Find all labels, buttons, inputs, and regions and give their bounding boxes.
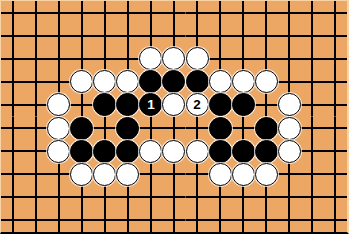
white-stone [162,140,185,163]
intersection [162,163,185,186]
intersection [209,1,232,24]
black-stone [116,93,139,116]
intersection [278,209,301,232]
intersection [209,117,232,140]
intersection [139,163,162,186]
intersection [209,140,232,163]
black-stone [209,117,232,140]
intersection [324,186,347,209]
white-stone [232,70,255,93]
black-stone [162,70,185,93]
intersection [24,186,47,209]
go-board: 12 [1,1,347,232]
intersection [1,140,24,163]
intersection [232,186,255,209]
intersection [70,209,93,232]
white-stone [232,163,255,186]
intersection: 1 [139,93,162,116]
intersection [93,47,116,70]
intersection [301,70,324,93]
intersection [162,209,185,232]
intersection [47,24,70,47]
intersection [70,1,93,24]
intersection [232,163,255,186]
intersection [278,47,301,70]
intersection [162,140,185,163]
intersection [1,24,24,47]
intersection [162,117,185,140]
intersection [162,47,185,70]
white-stone [255,163,278,186]
white-stone [255,70,278,93]
intersection [116,117,139,140]
intersection [47,186,70,209]
intersection [186,186,209,209]
intersection [162,70,185,93]
intersection [255,24,278,47]
intersection [255,186,278,209]
intersection [162,1,185,24]
intersection [47,163,70,186]
intersection [324,140,347,163]
intersection [232,117,255,140]
intersection [324,117,347,140]
intersection [209,93,232,116]
black-stone [139,70,162,93]
intersection [24,70,47,93]
intersection [255,163,278,186]
intersection [70,140,93,163]
intersection [278,24,301,47]
intersection [232,47,255,70]
intersection [255,47,278,70]
intersection [24,1,47,24]
intersection [47,140,70,163]
intersection [24,47,47,70]
intersection [232,140,255,163]
intersection [116,1,139,24]
white-stone [139,140,162,163]
white-stone [93,163,116,186]
black-stone [93,93,116,116]
white-stone [47,93,70,116]
intersection [47,117,70,140]
intersection [139,117,162,140]
intersection [93,117,116,140]
intersection [139,140,162,163]
move-2-white-stone: 2 [186,93,209,116]
white-stone [116,70,139,93]
intersection [232,209,255,232]
move-number: 1 [147,98,155,112]
black-stone [186,70,209,93]
black-stone [116,117,139,140]
intersection [186,209,209,232]
white-stone [278,140,301,163]
white-stone [162,93,185,116]
intersection [70,47,93,70]
intersection [255,93,278,116]
intersection [24,117,47,140]
intersection [116,163,139,186]
intersection [139,209,162,232]
intersection [47,1,70,24]
intersection [116,93,139,116]
intersection [324,47,347,70]
intersection [232,70,255,93]
intersection [301,163,324,186]
intersection [139,1,162,24]
intersection [139,47,162,70]
intersection [324,70,347,93]
intersection [1,186,24,209]
intersection [186,140,209,163]
move-number: 2 [193,98,201,112]
intersection [70,186,93,209]
intersection [209,47,232,70]
black-stone [70,117,93,140]
black-stone [232,93,255,116]
black-stone [209,93,232,116]
white-stone [162,47,185,70]
intersection [186,47,209,70]
intersection [116,209,139,232]
intersection [139,186,162,209]
intersection [255,1,278,24]
intersection [232,1,255,24]
intersection [278,1,301,24]
intersection [209,186,232,209]
intersection [1,209,24,232]
black-stone [93,140,116,163]
intersection [301,47,324,70]
intersection [278,70,301,93]
white-stone [70,163,93,186]
white-stone [186,47,209,70]
intersection [1,47,24,70]
intersection [324,1,347,24]
intersection [186,1,209,24]
white-stone [186,140,209,163]
intersection [232,93,255,116]
black-stone [209,140,232,163]
go-diagram: 12 [0,0,349,234]
intersection [93,186,116,209]
intersection [24,24,47,47]
intersection [47,70,70,93]
intersection [47,209,70,232]
intersection [139,24,162,47]
intersection [255,209,278,232]
intersection [301,93,324,116]
white-stone [116,163,139,186]
intersection [93,1,116,24]
black-stone [232,140,255,163]
intersection [24,140,47,163]
intersection [116,140,139,163]
black-stone [255,140,278,163]
intersection [324,93,347,116]
intersection [116,186,139,209]
intersection [1,163,24,186]
white-stone [139,47,162,70]
intersection [93,24,116,47]
intersection [255,140,278,163]
intersection [209,70,232,93]
intersection [24,93,47,116]
intersection [186,24,209,47]
intersection [70,93,93,116]
intersection [116,24,139,47]
intersection [70,24,93,47]
intersection [162,186,185,209]
intersection [324,24,347,47]
intersection [1,1,24,24]
white-stone [93,70,116,93]
intersection [186,117,209,140]
move-1-black-stone: 1 [139,93,162,116]
white-stone [47,140,70,163]
intersection [93,70,116,93]
intersection [70,117,93,140]
intersection [209,163,232,186]
intersection [93,140,116,163]
black-stone [70,140,93,163]
intersection [47,93,70,116]
black-stone [116,140,139,163]
intersection [24,209,47,232]
black-stone [255,117,278,140]
intersection [24,163,47,186]
intersection [255,70,278,93]
intersection [162,24,185,47]
intersection [186,70,209,93]
intersection [93,93,116,116]
intersection [301,24,324,47]
intersection [93,209,116,232]
white-stone [47,117,70,140]
intersection [255,117,278,140]
white-stone [209,163,232,186]
intersection [278,93,301,116]
intersection [186,163,209,186]
intersection [301,1,324,24]
intersection [278,186,301,209]
intersection [301,117,324,140]
intersection [47,47,70,70]
intersection [209,209,232,232]
intersection [93,163,116,186]
intersection [278,140,301,163]
intersection: 2 [186,93,209,116]
intersection [70,70,93,93]
intersection [278,163,301,186]
intersection [1,93,24,116]
intersection [324,163,347,186]
white-stone [70,70,93,93]
intersection [70,163,93,186]
intersection [301,186,324,209]
intersection [209,24,232,47]
intersection [139,70,162,93]
white-stone [278,93,301,116]
intersection [116,47,139,70]
intersection [301,209,324,232]
intersection [1,70,24,93]
intersection [162,93,185,116]
white-stone [278,117,301,140]
intersection [1,117,24,140]
intersection [278,117,301,140]
white-stone [209,70,232,93]
intersection [116,70,139,93]
intersection [301,140,324,163]
intersection [324,209,347,232]
intersection [232,24,255,47]
